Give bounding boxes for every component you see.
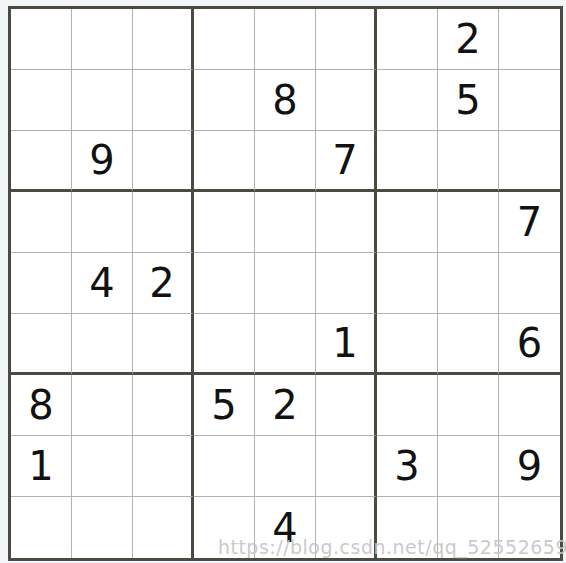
- cell-r5c1[interactable]: [11, 253, 72, 314]
- cell-r6c1[interactable]: [11, 314, 72, 375]
- cell-r4c3[interactable]: [133, 192, 194, 253]
- given-digit: 8: [272, 80, 297, 120]
- cell-r6c2[interactable]: [72, 314, 133, 375]
- given-digit: 2: [455, 19, 480, 59]
- given-digit: 7: [332, 140, 357, 180]
- cell-r2c3[interactable]: [133, 70, 194, 131]
- cell-r8c7[interactable]: 3: [377, 436, 438, 497]
- cell-r5c2[interactable]: 4: [72, 253, 133, 314]
- cell-r9c8[interactable]: [438, 497, 499, 558]
- given-digit: 4: [272, 508, 297, 548]
- cell-r5c5[interactable]: [255, 253, 316, 314]
- cell-r3c4[interactable]: [194, 131, 255, 192]
- given-digit: 8: [28, 385, 53, 425]
- cell-r3c3[interactable]: [133, 131, 194, 192]
- given-digit: 3: [394, 446, 419, 486]
- cell-r4c7[interactable]: [377, 192, 438, 253]
- cell-r7c8[interactable]: [438, 375, 499, 436]
- cell-r7c2[interactable]: [72, 375, 133, 436]
- cell-r9c6[interactable]: [316, 497, 377, 558]
- cell-r4c9[interactable]: 7: [499, 192, 560, 253]
- cell-r8c2[interactable]: [72, 436, 133, 497]
- cell-r6c7[interactable]: [377, 314, 438, 375]
- cell-r4c6[interactable]: [316, 192, 377, 253]
- cell-r8c4[interactable]: [194, 436, 255, 497]
- cell-r1c7[interactable]: [377, 9, 438, 70]
- given-digit: 2: [149, 263, 174, 303]
- cell-r4c4[interactable]: [194, 192, 255, 253]
- cell-r4c1[interactable]: [11, 192, 72, 253]
- cell-r2c8[interactable]: 5: [438, 70, 499, 131]
- cell-r3c6[interactable]: 7: [316, 131, 377, 192]
- cell-r8c6[interactable]: [316, 436, 377, 497]
- cell-r8c1[interactable]: 1: [11, 436, 72, 497]
- cell-r4c5[interactable]: [255, 192, 316, 253]
- cell-r1c5[interactable]: [255, 9, 316, 70]
- cell-r6c5[interactable]: [255, 314, 316, 375]
- cell-r5c8[interactable]: [438, 253, 499, 314]
- given-digit: 1: [28, 446, 53, 486]
- cell-r7c5[interactable]: 2: [255, 375, 316, 436]
- cell-r3c7[interactable]: [377, 131, 438, 192]
- cell-r3c1[interactable]: [11, 131, 72, 192]
- cell-r9c4[interactable]: [194, 497, 255, 558]
- cell-r2c1[interactable]: [11, 70, 72, 131]
- cell-r9c5[interactable]: 4: [255, 497, 316, 558]
- cell-r5c3[interactable]: 2: [133, 253, 194, 314]
- cell-r1c1[interactable]: [11, 9, 72, 70]
- cell-r4c8[interactable]: [438, 192, 499, 253]
- cell-r8c8[interactable]: [438, 436, 499, 497]
- cell-r6c8[interactable]: [438, 314, 499, 375]
- cell-r7c1[interactable]: 8: [11, 375, 72, 436]
- cell-r2c2[interactable]: [72, 70, 133, 131]
- given-digit: 5: [211, 385, 236, 425]
- cell-r9c1[interactable]: [11, 497, 72, 558]
- cell-r9c9[interactable]: [499, 497, 560, 558]
- cell-r6c4[interactable]: [194, 314, 255, 375]
- cell-r8c3[interactable]: [133, 436, 194, 497]
- cell-r5c4[interactable]: [194, 253, 255, 314]
- cell-r4c2[interactable]: [72, 192, 133, 253]
- given-digit: 9: [517, 446, 542, 486]
- cell-r3c5[interactable]: [255, 131, 316, 192]
- given-digit: 7: [517, 202, 542, 242]
- cell-r2c7[interactable]: [377, 70, 438, 131]
- cell-r6c9[interactable]: 6: [499, 314, 560, 375]
- given-digit: 1: [332, 323, 357, 363]
- cell-r5c6[interactable]: [316, 253, 377, 314]
- cell-r9c3[interactable]: [133, 497, 194, 558]
- cell-r5c9[interactable]: [499, 253, 560, 314]
- cell-r2c6[interactable]: [316, 70, 377, 131]
- cell-r3c8[interactable]: [438, 131, 499, 192]
- cell-r1c6[interactable]: [316, 9, 377, 70]
- cell-r7c6[interactable]: [316, 375, 377, 436]
- cell-r1c8[interactable]: 2: [438, 9, 499, 70]
- cell-r7c7[interactable]: [377, 375, 438, 436]
- given-digit: 2: [272, 385, 297, 425]
- cell-r5c7[interactable]: [377, 253, 438, 314]
- cell-r1c3[interactable]: [133, 9, 194, 70]
- given-digit: 6: [517, 323, 542, 363]
- cell-r9c7[interactable]: [377, 497, 438, 558]
- cell-r9c2[interactable]: [72, 497, 133, 558]
- cell-r2c5[interactable]: 8: [255, 70, 316, 131]
- cell-r6c6[interactable]: 1: [316, 314, 377, 375]
- cell-r1c2[interactable]: [72, 9, 133, 70]
- cell-r3c2[interactable]: 9: [72, 131, 133, 192]
- cell-r7c3[interactable]: [133, 375, 194, 436]
- cell-r8c9[interactable]: 9: [499, 436, 560, 497]
- cell-r8c5[interactable]: [255, 436, 316, 497]
- given-digit: 9: [89, 140, 114, 180]
- cell-r2c4[interactable]: [194, 70, 255, 131]
- cell-r1c9[interactable]: [499, 9, 560, 70]
- cell-r7c9[interactable]: [499, 375, 560, 436]
- given-digit: 5: [455, 80, 480, 120]
- cell-r3c9[interactable]: [499, 131, 560, 192]
- given-digit: 4: [89, 263, 114, 303]
- cell-r6c3[interactable]: [133, 314, 194, 375]
- sudoku-board: 28597742168521394: [8, 6, 563, 561]
- cell-r2c9[interactable]: [499, 70, 560, 131]
- cell-r1c4[interactable]: [194, 9, 255, 70]
- cell-r7c4[interactable]: 5: [194, 375, 255, 436]
